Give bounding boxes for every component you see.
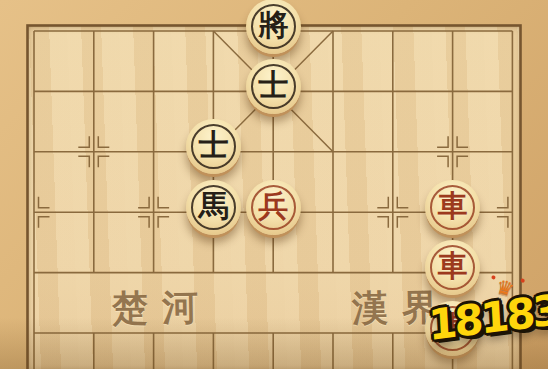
piece-glyph: 馬 [186,180,241,235]
piece-glyph: 車 [425,240,480,295]
piece-red-chariot-2[interactable]: 車 [425,240,480,295]
xiangqi-game-screenshot: 楚河 漢界 將士士馬兵車車車 ♛ 18183 [0,0,548,369]
river-label-left: 楚河 [112,283,213,334]
piece-black-advisor-2[interactable]: 士 [186,119,241,174]
piece-glyph: 將 [246,0,301,54]
piece-red-soldier[interactable]: 兵 [246,180,301,235]
piece-glyph: 士 [186,119,241,174]
piece-black-horse[interactable]: 馬 [186,180,241,235]
piece-black-advisor-1[interactable]: 士 [246,59,301,114]
piece-glyph: 兵 [246,180,301,235]
piece-glyph: 士 [246,59,301,114]
piece-glyph: 車 [425,180,480,235]
piece-red-chariot-1[interactable]: 車 [425,180,480,235]
piece-black-general[interactable]: 將 [246,0,301,54]
sparkle-icon [520,278,525,283]
